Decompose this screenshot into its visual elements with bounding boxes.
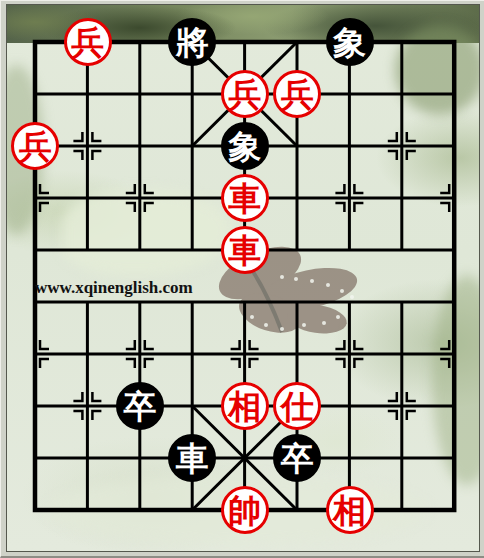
piece-red-elephant[interactable]: 相 [221, 382, 269, 430]
xiangqi-board[interactable]: 兵將象兵兵兵象車車卒相仕車卒帥相 [9, 16, 480, 536]
piece-red-soldier[interactable]: 兵 [273, 70, 321, 118]
piece-black-general[interactable]: 將 [168, 18, 216, 66]
piece-black-elephant[interactable]: 象 [326, 18, 374, 66]
piece-red-elephant[interactable]: 相 [326, 486, 374, 534]
piece-black-soldier[interactable]: 卒 [116, 382, 164, 430]
screenshot-frame: www.xqinenglish.com 兵將象兵兵兵象車車卒相仕車卒帥相 [0, 0, 484, 558]
piece-black-chariot[interactable]: 車 [168, 434, 216, 482]
piece-red-chariot[interactable]: 車 [221, 174, 269, 222]
piece-red-soldier[interactable]: 兵 [64, 18, 112, 66]
piece-black-elephant[interactable]: 象 [221, 122, 269, 170]
piece-red-soldier[interactable]: 兵 [11, 122, 59, 170]
piece-red-chariot[interactable]: 車 [221, 226, 269, 274]
photo-background: www.xqinenglish.com 兵將象兵兵兵象車車卒相仕車卒帥相 [6, 4, 480, 552]
piece-red-general[interactable]: 帥 [221, 486, 269, 534]
piece-red-soldier[interactable]: 兵 [221, 70, 269, 118]
piece-black-soldier[interactable]: 卒 [273, 434, 321, 482]
piece-red-advisor[interactable]: 仕 [273, 382, 321, 430]
